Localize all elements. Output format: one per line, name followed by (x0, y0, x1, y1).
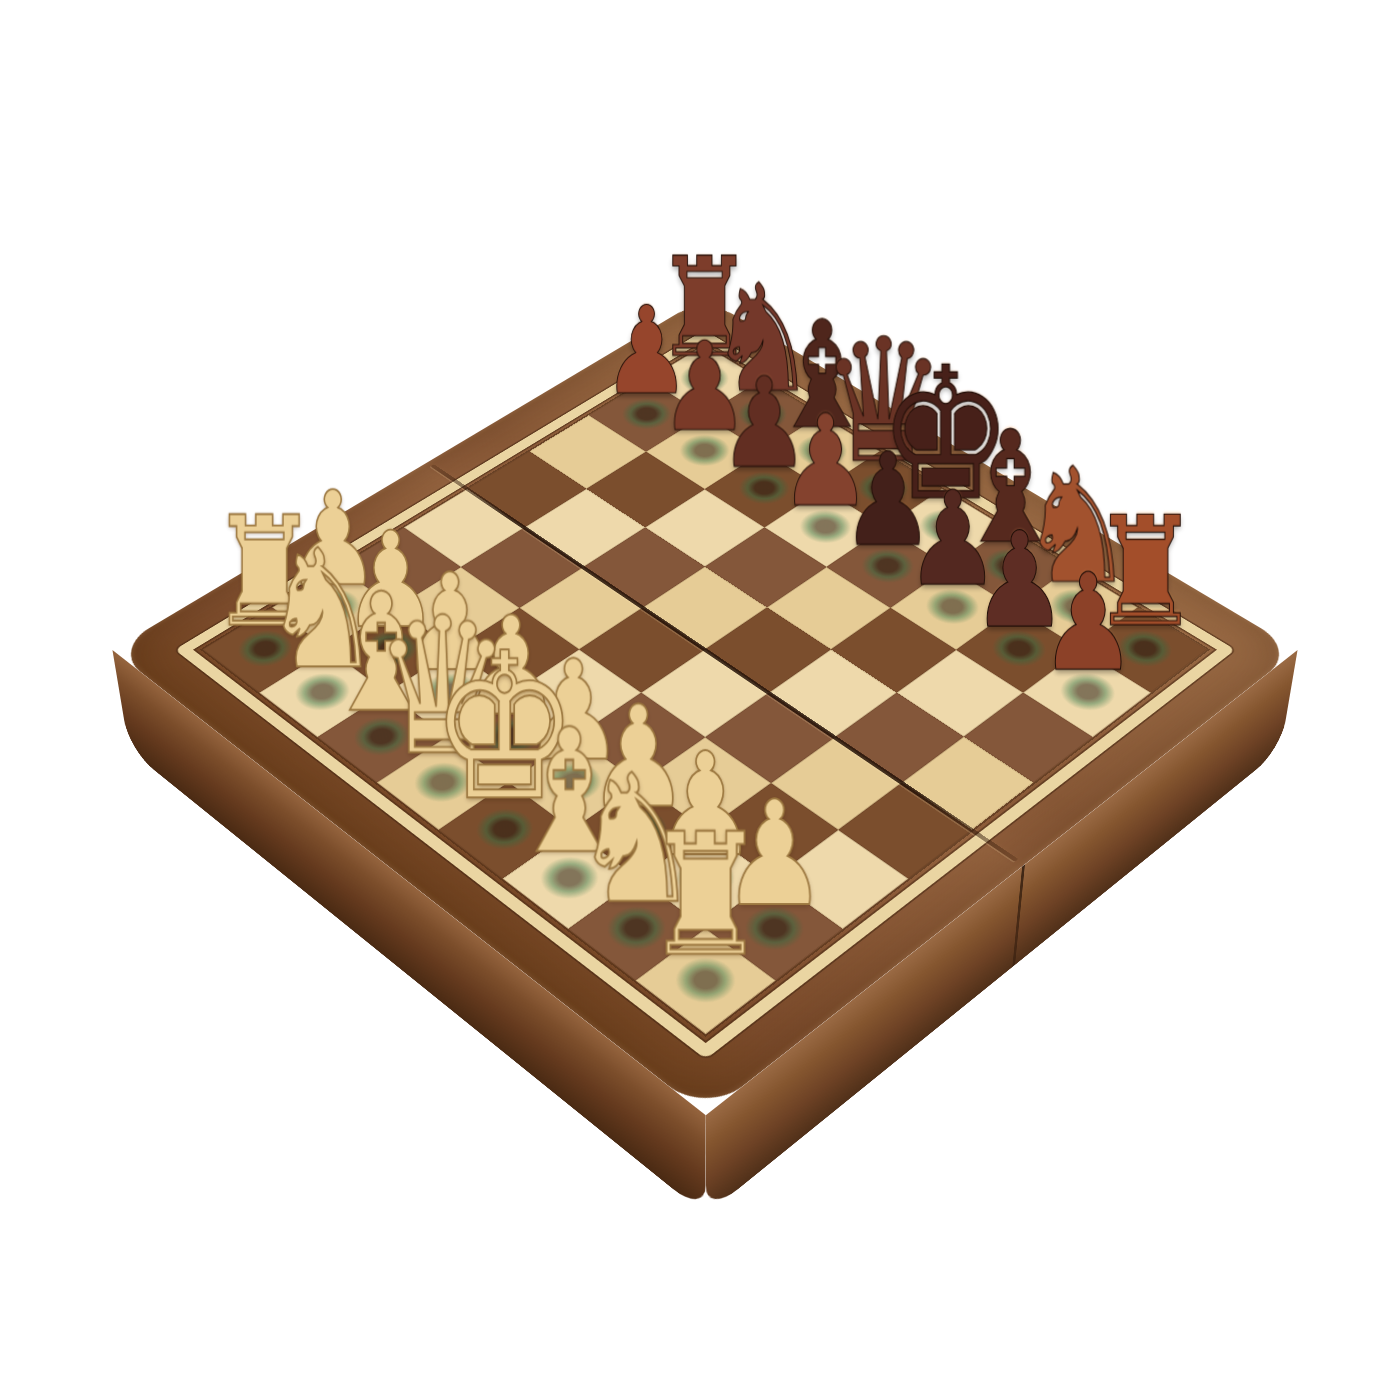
chess-board: ♜♞♝♛♚♝♞♜♟♟♟♟♟♟♟♟♟♟♟♟♟♟♟♟♜♞♝♛♚♝♞♜ (112, 297, 1297, 1115)
piece-white-rook-h1[interactable]: ♜ (644, 810, 768, 979)
photo-background: ♜♞♝♛♚♝♞♜♟♟♟♟♟♟♟♟♟♟♟♟♟♟♟♟♜♞♝♛♚♝♞♜ (0, 0, 1400, 1400)
piece-black-pawn-h7[interactable]: ♟ (1039, 556, 1137, 690)
